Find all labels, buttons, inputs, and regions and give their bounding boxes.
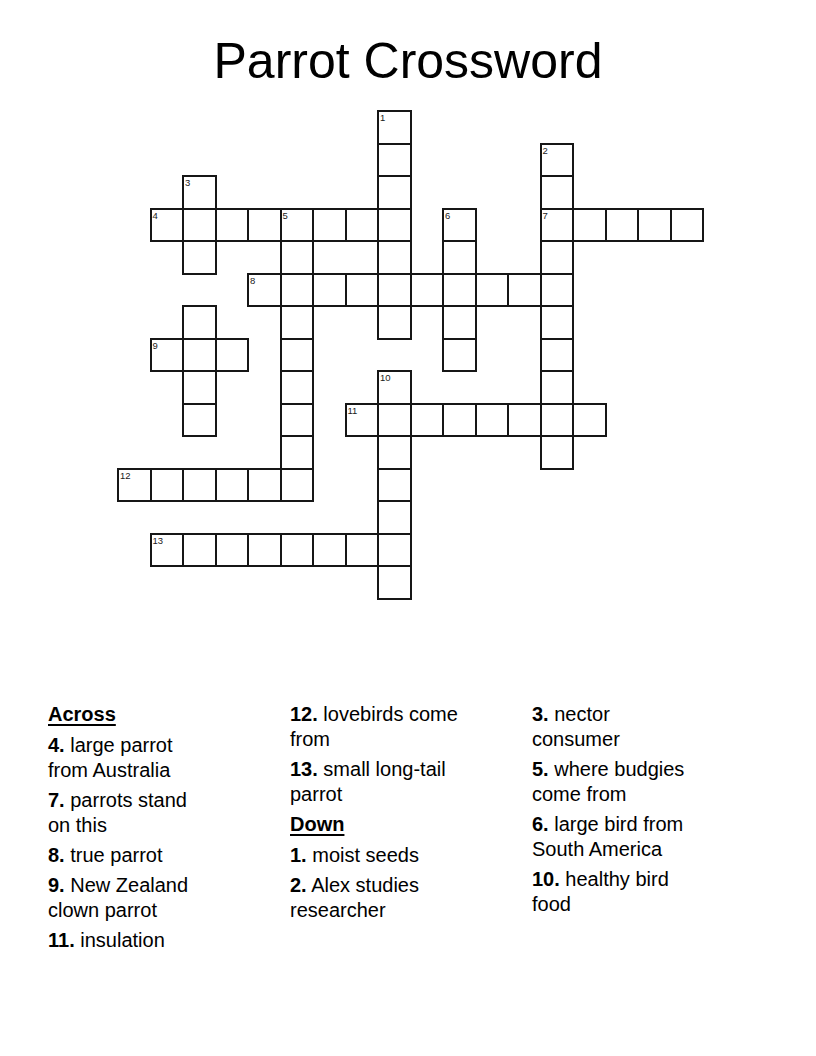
grid-cell-r9c11[interactable] [475,403,510,438]
grid-cell-r4c10[interactable] [442,240,477,275]
grid-cell-r13c2[interactable] [182,533,217,568]
grid-cell-r4c8[interactable] [377,240,412,275]
clue-number-label: 3. [532,703,549,725]
clue-number-label: 5. [532,758,549,780]
clue-number-label: 9. [48,874,65,896]
grid-cell-r8c5[interactable] [280,370,315,405]
clue-13: 13. small long-tailparrot [290,757,520,807]
grid-cell-r3c5[interactable] [280,208,315,243]
grid-cell-r3c3[interactable] [215,208,250,243]
grid-cell-r13c5[interactable] [280,533,315,568]
grid-cell-r3c2[interactable] [182,208,217,243]
grid-cell-r3c8[interactable] [377,208,412,243]
grid-cell-r0c8[interactable] [377,110,412,145]
grid-cell-r5c9[interactable] [410,273,445,308]
grid-cell-r8c13[interactable] [540,370,575,405]
grid-cell-r9c10[interactable] [442,403,477,438]
grid-cell-r3c14[interactable] [572,208,607,243]
grid-cell-r7c13[interactable] [540,338,575,373]
clue-7: 7. parrots standon this [48,788,253,838]
grid-cell-r11c4[interactable] [247,468,282,503]
grid-cell-r13c3[interactable] [215,533,250,568]
grid-cell-r5c11[interactable] [475,273,510,308]
grid-cell-r5c4[interactable] [247,273,282,308]
grid-cell-r3c16[interactable] [637,208,672,243]
grid-cell-r13c6[interactable] [312,533,347,568]
grid-cell-r3c15[interactable] [605,208,640,243]
grid-cell-r10c13[interactable] [540,435,575,470]
grid-cell-r11c8[interactable] [377,468,412,503]
grid-cell-r13c8[interactable] [377,533,412,568]
grid-cell-r9c2[interactable] [182,403,217,438]
grid-cell-r6c2[interactable] [182,305,217,340]
grid-cell-r9c8[interactable] [377,403,412,438]
grid-cell-r4c13[interactable] [540,240,575,275]
page-title: Parrot Crossword [0,34,816,88]
grid-cell-r3c7[interactable] [345,208,380,243]
grid-cell-r9c13[interactable] [540,403,575,438]
grid-cell-r13c7[interactable] [345,533,380,568]
grid-cell-r11c5[interactable] [280,468,315,503]
clue-8: 8. true parrot [48,843,253,868]
grid-cell-r14c8[interactable] [377,565,412,600]
grid-cell-r2c13[interactable] [540,175,575,210]
grid-cell-r5c7[interactable] [345,273,380,308]
clue-number-label: 12. [290,703,318,725]
grid-cell-r6c5[interactable] [280,305,315,340]
clue-column-1: Across4. large parrotfrom Australia7. pa… [48,702,253,958]
grid-cell-r11c1[interactable] [150,468,185,503]
clue-11: 11. insulation [48,928,253,953]
clue-number-label: 6. [532,813,549,835]
grid-cell-r1c13[interactable] [540,143,575,178]
grid-cell-r3c4[interactable] [247,208,282,243]
grid-cell-r6c8[interactable] [377,305,412,340]
clue-10: 10. healthy birdfood [532,867,754,917]
grid-cell-r6c10[interactable] [442,305,477,340]
grid-cell-r5c6[interactable] [312,273,347,308]
clue-column-2: 12. lovebirds comefrom13. small long-tai… [290,702,520,928]
grid-cell-r9c7[interactable] [345,403,380,438]
clue-3: 3. nectorconsumer [532,702,754,752]
clue-4: 4. large parrotfrom Australia [48,733,253,783]
clue-9: 9. New Zealandclown parrot [48,873,253,923]
grid-cell-r10c8[interactable] [377,435,412,470]
clues-heading-across: Across [48,702,253,727]
clue-5: 5. where budgiescome from [532,757,754,807]
clue-12: 12. lovebirds comefrom [290,702,520,752]
grid-cell-r12c8[interactable] [377,500,412,535]
grid-cell-r7c2[interactable] [182,338,217,373]
clue-number-label: 8. [48,844,65,866]
clue-1: 1. moist seeds [290,843,520,868]
clue-column-3: 3. nectorconsumer5. where budgiescome fr… [532,702,754,922]
clue-2: 2. Alex studiesresearcher [290,873,520,923]
grid-cell-r5c8[interactable] [377,273,412,308]
clue-number-label: 7. [48,789,65,811]
grid-cell-r4c2[interactable] [182,240,217,275]
grid-cell-r1c8[interactable] [377,143,412,178]
grid-cell-r2c2[interactable] [182,175,217,210]
clue-6: 6. large bird fromSouth America [532,812,754,862]
grid-cell-r4c5[interactable] [280,240,315,275]
grid-cell-r3c1[interactable] [150,208,185,243]
grid-cell-r11c2[interactable] [182,468,217,503]
grid-cell-r13c4[interactable] [247,533,282,568]
grid-cell-r6c13[interactable] [540,305,575,340]
grid-cell-r7c10[interactable] [442,338,477,373]
grid-cell-r5c12[interactable] [507,273,542,308]
grid-cell-r5c5[interactable] [280,273,315,308]
grid-cell-r3c17[interactable] [670,208,705,243]
clues-heading-down: Down [290,812,520,837]
clue-number-label: 13. [290,758,318,780]
grid-cell-r10c5[interactable] [280,435,315,470]
grid-cell-r8c8[interactable] [377,370,412,405]
clue-number-label: 4. [48,734,65,756]
grid-cell-r9c5[interactable] [280,403,315,438]
clue-number-label: 11. [48,929,75,951]
clue-number-label: 1. [290,844,307,866]
grid-cell-r5c13[interactable] [540,273,575,308]
grid-cell-r5c10[interactable] [442,273,477,308]
grid-cell-r9c9[interactable] [410,403,445,438]
grid-cell-r3c6[interactable] [312,208,347,243]
grid-cell-r8c2[interactable] [182,370,217,405]
grid-cell-r11c0[interactable] [117,468,152,503]
grid-cell-r2c8[interactable] [377,175,412,210]
grid-cell-r3c13[interactable] [540,208,575,243]
grid-cell-r13c1[interactable] [150,533,185,568]
crossword-grid: 12345678910111213 [117,110,707,602]
grid-cell-r7c5[interactable] [280,338,315,373]
clue-number-label: 10. [532,868,560,890]
grid-cell-r7c1[interactable] [150,338,185,373]
grid-cell-r11c3[interactable] [215,468,250,503]
grid-cell-r7c3[interactable] [215,338,250,373]
grid-cell-r9c12[interactable] [507,403,542,438]
clue-number-label: 2. [290,874,307,896]
grid-cell-r9c14[interactable] [572,403,607,438]
grid-cell-r3c10[interactable] [442,208,477,243]
